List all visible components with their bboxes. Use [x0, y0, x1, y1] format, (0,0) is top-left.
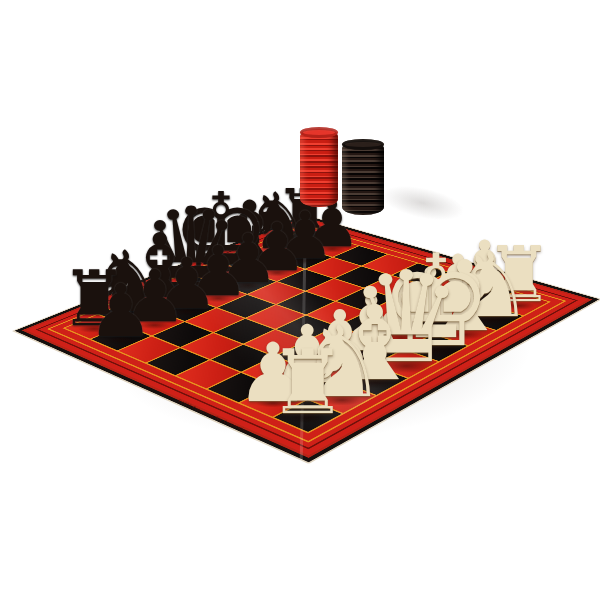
- black-checkers-stack: [342, 139, 384, 215]
- red-checkers-stack-body: [300, 132, 338, 207]
- black-checker-top-disc: [342, 139, 384, 150]
- red-checker-top-disc: [300, 127, 338, 138]
- black-checkers-stack-body: [342, 144, 384, 215]
- product-photo-scene: ♜♞♝♛♚♝♞♜♟♟♟♟♟♟♟♟♟♟♟♟♟♟♟♟♜♞♝♛♚♝♞♜ ©2022 P…: [0, 0, 600, 600]
- red-checkers-stack: [300, 127, 338, 207]
